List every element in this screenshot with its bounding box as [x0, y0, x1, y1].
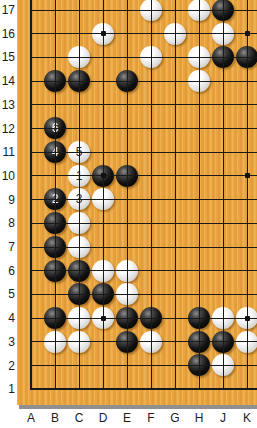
- star-point-D10: [101, 173, 106, 178]
- grid-line-vertical-K: [247, 0, 248, 390]
- row-label-5: 5: [0, 286, 15, 302]
- grid-line-vertical-J: [223, 0, 224, 390]
- col-label-K: K: [235, 409, 257, 428]
- board-surface[interactable]: 645123: [17, 0, 257, 405]
- row-label-15: 15: [0, 49, 15, 65]
- row-label-12: 12: [0, 121, 15, 137]
- col-label-E: E: [115, 409, 139, 428]
- row-label-6: 6: [0, 263, 15, 279]
- grid-line-vertical-C: [79, 0, 80, 390]
- go-board-screenshot: 645123 1716151413121110987654321 ABCDEFG…: [0, 0, 257, 428]
- row-label-9: 9: [0, 192, 15, 208]
- row-label-8: 8: [0, 215, 15, 231]
- grid-line-vertical-B: [55, 0, 56, 390]
- row-label-16: 16: [0, 26, 15, 42]
- star-point-K16: [245, 31, 250, 36]
- row-label-1: 1: [0, 381, 15, 397]
- grid-line-vertical-H: [199, 0, 200, 390]
- col-label-J: J: [211, 409, 235, 428]
- row-label-10: 10: [0, 168, 15, 184]
- row-label-17: 17: [0, 2, 15, 18]
- row-label-3: 3: [0, 334, 15, 350]
- col-label-C: C: [67, 409, 91, 428]
- col-label-H: H: [187, 409, 211, 428]
- row-label-4: 4: [0, 310, 15, 326]
- col-label-G: G: [163, 409, 187, 428]
- grid-line-vertical-D: [103, 0, 104, 390]
- row-label-7: 7: [0, 239, 15, 255]
- col-label-A: A: [19, 409, 43, 428]
- col-label-F: F: [139, 409, 163, 428]
- grid-line-vertical-G: [175, 0, 176, 390]
- row-label-13: 13: [0, 97, 15, 113]
- star-point-D16: [101, 31, 106, 36]
- row-label-2: 2: [0, 358, 15, 374]
- star-point-D4: [101, 316, 106, 321]
- row-label-11: 11: [0, 144, 15, 160]
- grid-line-vertical-A: [30, 0, 32, 390]
- star-point-K4: [245, 316, 250, 321]
- star-point-K10: [245, 173, 250, 178]
- col-label-B: B: [43, 409, 67, 428]
- row-label-14: 14: [0, 73, 15, 89]
- grid-line-vertical-F: [151, 0, 152, 390]
- grid-line-vertical-E: [127, 0, 128, 390]
- col-label-D: D: [91, 409, 115, 428]
